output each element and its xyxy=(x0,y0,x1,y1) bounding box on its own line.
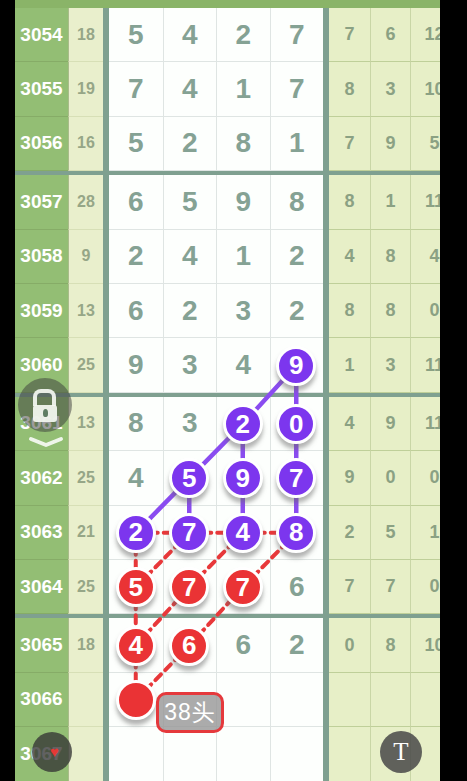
digit-cell[interactable]: 4 xyxy=(163,8,217,62)
sum-cell xyxy=(68,727,103,781)
prediction-ball[interactable] xyxy=(116,680,156,720)
chart-area: 3054185427761230551974178310305616528179… xyxy=(15,0,440,781)
period-cell: 3056 xyxy=(15,117,68,171)
trend-circle-purple[interactable]: 2 xyxy=(116,513,156,553)
stat-cell: 3 xyxy=(370,338,410,392)
digit-cell[interactable]: 6 xyxy=(109,284,163,338)
digit-cell[interactable]: 5 xyxy=(163,175,217,229)
sum-cell: 25 xyxy=(68,560,103,614)
digit-cell[interactable] xyxy=(216,673,270,727)
stat-cell: 7 xyxy=(329,560,370,614)
digit-cell[interactable]: 2 xyxy=(270,618,324,672)
digit-cell[interactable]: 2 xyxy=(163,284,217,338)
sum-cell: 25 xyxy=(68,451,103,505)
period-cell: 3058 xyxy=(15,230,68,284)
text-tool-button[interactable]: T xyxy=(380,731,422,773)
trend-circle-red[interactable]: 5 xyxy=(116,567,156,607)
sum-cell: 21 xyxy=(68,506,103,560)
digit-cell[interactable] xyxy=(270,727,324,781)
stat-cell: 3 xyxy=(370,62,410,116)
lock-overlay-button[interactable] xyxy=(18,378,72,432)
stat-cell: 8 xyxy=(370,284,410,338)
digit-cell[interactable]: 1 xyxy=(216,62,270,116)
stat-cell: 11 xyxy=(410,175,440,229)
group-divider xyxy=(15,614,440,618)
stat-cell: 1 xyxy=(410,506,440,560)
period-cell: 3066 xyxy=(15,673,68,727)
stat-cell: 10 xyxy=(410,62,440,116)
digit-cell[interactable]: 1 xyxy=(270,117,324,171)
stat-cell: 8 xyxy=(329,62,370,116)
stat-cell: 0 xyxy=(410,560,440,614)
digit-cell[interactable]: 3 xyxy=(163,338,217,392)
trend-circle-purple[interactable]: 0 xyxy=(276,404,316,444)
digit-cell[interactable]: 2 xyxy=(270,230,324,284)
digit-cell[interactable]: 1 xyxy=(216,230,270,284)
stat-cell: 8 xyxy=(370,230,410,284)
digit-cell[interactable]: 2 xyxy=(270,284,324,338)
digit-cell[interactable]: 4 xyxy=(163,230,217,284)
digit-cell[interactable]: 4 xyxy=(216,338,270,392)
stat-cell: 8 xyxy=(329,284,370,338)
period-cell: 3065 xyxy=(15,618,68,672)
stat-cell: 7 xyxy=(370,560,410,614)
heart-icon: ♥ xyxy=(50,743,59,760)
trend-circle-purple[interactable]: 4 xyxy=(223,513,263,553)
stat-cell xyxy=(329,673,370,727)
text-tool-label: T xyxy=(393,738,408,766)
stat-cell: 1 xyxy=(370,175,410,229)
stat-cell: 4 xyxy=(410,230,440,284)
lock-icon xyxy=(33,389,57,422)
sum-cell: 18 xyxy=(68,8,103,62)
trend-circle-purple[interactable]: 2 xyxy=(223,404,263,444)
stat-cell: 7 xyxy=(329,8,370,62)
stat-cell xyxy=(370,673,410,727)
stat-cell: 10 xyxy=(410,618,440,672)
sum-cell: 16 xyxy=(68,117,103,171)
stat-cell: 0 xyxy=(370,451,410,505)
digit-cell[interactable] xyxy=(270,673,324,727)
group-divider xyxy=(15,393,440,397)
stat-cell: 0 xyxy=(410,451,440,505)
digit-cell[interactable]: 2 xyxy=(163,117,217,171)
period-cell: 3062 xyxy=(15,451,68,505)
sum-cell: 13 xyxy=(68,397,103,451)
header-strip xyxy=(15,0,440,8)
prediction-tag[interactable]: 38头 xyxy=(156,692,224,733)
stat-cell: 5 xyxy=(410,117,440,171)
stat-cell: 4 xyxy=(329,230,370,284)
stat-cell: 11 xyxy=(410,397,440,451)
digit-cell[interactable]: 8 xyxy=(216,117,270,171)
stat-cell xyxy=(329,727,370,781)
stat-cell: 6 xyxy=(370,8,410,62)
digit-cell[interactable]: 5 xyxy=(109,117,163,171)
period-cell: 3064 xyxy=(15,560,68,614)
stat-cell: 5 xyxy=(370,506,410,560)
period-cell: 3063 xyxy=(15,506,68,560)
trend-circle-red[interactable]: 4 xyxy=(116,626,156,666)
stat-cell: 9 xyxy=(370,397,410,451)
period-cell: 3057 xyxy=(15,175,68,229)
digit-cell[interactable]: 4 xyxy=(109,451,163,505)
digit-cell[interactable]: 8 xyxy=(109,397,163,451)
digit-cell[interactable]: 2 xyxy=(109,230,163,284)
lottery-trend-screen: 3054185427761230551974178310305616528179… xyxy=(0,0,467,781)
digit-cell[interactable] xyxy=(216,727,270,781)
digit-cell[interactable]: 7 xyxy=(270,8,324,62)
stat-cell: 12 xyxy=(410,8,440,62)
digit-cell[interactable]: 6 xyxy=(216,618,270,672)
stat-cell: 9 xyxy=(329,451,370,505)
group-divider xyxy=(15,171,440,175)
sum-cell xyxy=(68,673,103,727)
chevron-down-icon[interactable] xyxy=(28,436,64,449)
trend-circle-purple[interactable]: 9 xyxy=(276,346,316,386)
stat-cell: 0 xyxy=(410,284,440,338)
stat-cell: 0 xyxy=(329,618,370,672)
stat-cell xyxy=(410,673,440,727)
digit-cell[interactable]: 4 xyxy=(163,62,217,116)
sum-cell: 18 xyxy=(68,618,103,672)
digit-cell[interactable]: 9 xyxy=(216,175,270,229)
stat-cell: 11 xyxy=(410,338,440,392)
digit-cell[interactable]: 6 xyxy=(270,560,324,614)
digit-cell[interactable] xyxy=(109,727,163,781)
period-cell: 3055 xyxy=(15,62,68,116)
stat-cell: 1 xyxy=(329,338,370,392)
stat-cell: 9 xyxy=(370,117,410,171)
digit-cell[interactable]: 8 xyxy=(270,175,324,229)
sum-cell: 25 xyxy=(68,338,103,392)
digit-cell[interactable]: 3 xyxy=(163,397,217,451)
digit-cell[interactable]: 3 xyxy=(216,284,270,338)
stat-cell: 8 xyxy=(370,618,410,672)
digit-cell[interactable]: 5 xyxy=(109,8,163,62)
trend-circle-red[interactable]: 7 xyxy=(223,567,263,607)
trend-circle-purple[interactable]: 8 xyxy=(276,513,316,553)
sum-cell: 19 xyxy=(68,62,103,116)
digit-cell[interactable]: 2 xyxy=(216,8,270,62)
trend-circle-purple[interactable]: 9 xyxy=(223,458,263,498)
stat-cell: 2 xyxy=(329,506,370,560)
stat-cell: 8 xyxy=(329,175,370,229)
period-cell: 3054 xyxy=(15,8,68,62)
digit-cell[interactable] xyxy=(163,727,217,781)
favorite-button[interactable]: ♥ xyxy=(32,732,72,772)
sum-cell: 13 xyxy=(68,284,103,338)
digit-cell[interactable]: 7 xyxy=(109,62,163,116)
digit-cell[interactable]: 9 xyxy=(109,338,163,392)
digit-cell[interactable]: 7 xyxy=(270,62,324,116)
sum-cell: 9 xyxy=(68,230,103,284)
stat-cell: 7 xyxy=(329,117,370,171)
sum-cell: 28 xyxy=(68,175,103,229)
period-cell: 3059 xyxy=(15,284,68,338)
trend-circle-red[interactable]: 6 xyxy=(169,626,209,666)
trend-circle-purple[interactable]: 7 xyxy=(169,513,209,553)
stat-cell: 4 xyxy=(329,397,370,451)
digit-cell[interactable]: 6 xyxy=(109,175,163,229)
